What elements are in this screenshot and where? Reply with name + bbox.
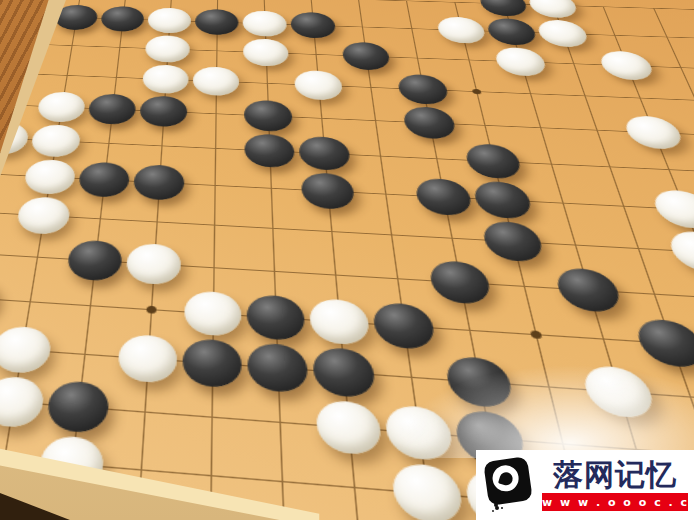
watermark-title: 落网记忆: [553, 459, 677, 491]
watermark-text-block: 落网记忆 w w w . o o o c . c n: [542, 459, 688, 511]
ink-swirl-logo-icon: [483, 456, 533, 506]
watermark-logo-wrap: [484, 455, 536, 515]
go-board-photo: 落网记忆 w w w . o o o c . c n: [0, 0, 694, 520]
watermark-url: w w w . o o o c . c n: [542, 493, 688, 511]
ink-splatter-icon: [494, 503, 498, 507]
go-board: [0, 0, 694, 520]
watermark-box: 落网记忆 w w w . o o o c . c n: [476, 450, 694, 520]
